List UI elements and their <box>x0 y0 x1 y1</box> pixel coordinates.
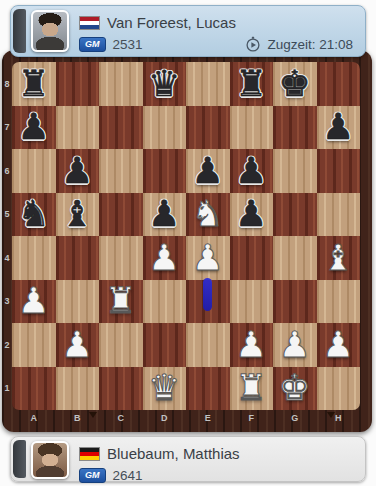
square-a4[interactable] <box>12 236 56 280</box>
square-a7[interactable]: ♟ <box>12 106 56 150</box>
square-e5[interactable]: ♞ <box>186 193 230 237</box>
square-b1[interactable] <box>56 367 100 411</box>
square-b2[interactable]: ♟ <box>56 323 100 367</box>
square-c8[interactable] <box>99 62 143 106</box>
square-h4[interactable]: ♝ <box>317 236 361 280</box>
square-h8[interactable] <box>317 62 361 106</box>
white-pawn[interactable]: ♟ <box>56 323 100 367</box>
black-pawn[interactable]: ♟ <box>56 149 100 193</box>
file-label-c: C <box>111 413 131 423</box>
bottom-player-bar: Bluebaum, Matthias GM 2641 <box>10 436 366 482</box>
black-bishop[interactable]: ♝ <box>56 193 100 237</box>
chess-board-frame: ♜♛♜♚♟♟♟♟♟♞♝♟♞♟♟♟♝♟♜♟♟♟♟♛♜♚ 87654321 ABCD… <box>2 50 372 432</box>
square-b5[interactable]: ♝ <box>56 193 100 237</box>
square-g5[interactable] <box>273 193 317 237</box>
white-pawn[interactable]: ♟ <box>317 323 361 367</box>
rank-label-7: 7 <box>2 122 12 132</box>
file-label-f: F <box>241 413 261 423</box>
square-e6[interactable]: ♟ <box>186 149 230 193</box>
square-f3[interactable] <box>230 280 274 324</box>
square-c6[interactable] <box>99 149 143 193</box>
black-knight[interactable]: ♞ <box>12 193 56 237</box>
square-f4[interactable] <box>230 236 274 280</box>
black-queen[interactable]: ♛ <box>143 62 187 106</box>
chess-board: ♜♛♜♚♟♟♟♟♟♞♝♟♞♟♟♟♝♟♜♟♟♟♟♛♜♚ <box>12 62 360 410</box>
square-c5[interactable] <box>99 193 143 237</box>
frame-notch <box>327 412 335 418</box>
square-e2[interactable] <box>186 323 230 367</box>
white-pawn[interactable]: ♟ <box>273 323 317 367</box>
player-rating: 2641 <box>113 468 143 483</box>
black-pawn[interactable]: ♟ <box>230 149 274 193</box>
white-rook[interactable]: ♜ <box>230 367 274 411</box>
square-d8[interactable]: ♛ <box>143 62 187 106</box>
gm-title-badge: GM <box>79 468 106 483</box>
square-b7[interactable] <box>56 106 100 150</box>
square-g3[interactable] <box>273 280 317 324</box>
square-g1[interactable]: ♚ <box>273 367 317 411</box>
square-g8[interactable]: ♚ <box>273 62 317 106</box>
live-game-view: ♜♛♜♚♟♟♟♟♟♞♝♟♞♟♟♟♝♟♜♟♟♟♟♛♜♚ 87654321 ABCD… <box>0 0 376 486</box>
square-a5[interactable]: ♞ <box>12 193 56 237</box>
square-h7[interactable]: ♟ <box>317 106 361 150</box>
square-c1[interactable] <box>99 367 143 411</box>
black-pawn[interactable]: ♟ <box>317 106 361 150</box>
square-a2[interactable] <box>12 323 56 367</box>
square-d6[interactable] <box>143 149 187 193</box>
square-f5[interactable]: ♟ <box>230 193 274 237</box>
square-c2[interactable] <box>99 323 143 367</box>
rank-label-4: 4 <box>2 253 12 263</box>
black-pawn[interactable]: ♟ <box>186 149 230 193</box>
square-f7[interactable] <box>230 106 274 150</box>
file-label-e: E <box>198 413 218 423</box>
square-f1[interactable]: ♜ <box>230 367 274 411</box>
file-label-d: D <box>154 413 174 423</box>
rank-label-3: 3 <box>2 296 12 306</box>
white-pawn[interactable]: ♟ <box>230 323 274 367</box>
white-pawn[interactable]: ♟ <box>12 280 56 324</box>
white-pawn[interactable]: ♟ <box>143 236 187 280</box>
white-rook[interactable]: ♜ <box>99 280 143 324</box>
square-a1[interactable] <box>12 367 56 411</box>
square-f2[interactable]: ♟ <box>230 323 274 367</box>
white-pawn[interactable]: ♟ <box>186 236 230 280</box>
square-d4[interactable]: ♟ <box>143 236 187 280</box>
square-e8[interactable] <box>186 62 230 106</box>
file-label-a: A <box>24 413 44 423</box>
netherlands-flag-icon <box>79 16 100 30</box>
frame-notch <box>89 412 97 418</box>
rank-label-1: 1 <box>2 383 12 393</box>
white-knight[interactable]: ♞ <box>186 193 230 237</box>
black-pawn[interactable]: ♟ <box>12 106 56 150</box>
square-h6[interactable] <box>317 149 361 193</box>
file-label-b: B <box>67 413 87 423</box>
square-g6[interactable] <box>273 149 317 193</box>
square-g2[interactable]: ♟ <box>273 323 317 367</box>
square-b3[interactable] <box>56 280 100 324</box>
black-pawn[interactable]: ♟ <box>230 193 274 237</box>
board-grid: ♜♛♜♚♟♟♟♟♟♞♝♟♞♟♟♟♝♟♜♟♟♟♟♛♜♚ <box>12 62 360 410</box>
square-g7[interactable] <box>273 106 317 150</box>
rank-label-8: 8 <box>2 79 12 89</box>
panel-drag-handle[interactable] <box>13 440 26 478</box>
square-h2[interactable]: ♟ <box>317 323 361 367</box>
white-bishop[interactable]: ♝ <box>317 236 361 280</box>
black-rook[interactable]: ♜ <box>230 62 274 106</box>
move-time-label: Zugzeit: 21:08 <box>267 37 353 52</box>
square-d1[interactable]: ♛ <box>143 367 187 411</box>
square-c7[interactable] <box>99 106 143 150</box>
player-rating: 2531 <box>113 37 143 52</box>
germany-flag-icon <box>79 447 100 461</box>
square-d5[interactable]: ♟ <box>143 193 187 237</box>
rank-label-2: 2 <box>2 340 12 350</box>
square-e1[interactable] <box>186 367 230 411</box>
black-rook[interactable]: ♜ <box>12 62 56 106</box>
move-clock-icon <box>245 36 261 52</box>
rank-label-6: 6 <box>2 166 12 176</box>
black-pawn[interactable]: ♟ <box>143 193 187 237</box>
square-d7[interactable] <box>143 106 187 150</box>
square-e7[interactable] <box>186 106 230 150</box>
square-d3[interactable] <box>143 280 187 324</box>
panel-drag-handle[interactable] <box>13 9 26 53</box>
square-b6[interactable]: ♟ <box>56 149 100 193</box>
square-c4[interactable] <box>99 236 143 280</box>
square-h3[interactable] <box>317 280 361 324</box>
white-king[interactable]: ♚ <box>273 367 317 411</box>
white-queen[interactable]: ♛ <box>143 367 187 411</box>
file-label-g: G <box>285 413 305 423</box>
last-move-arrow <box>203 278 212 312</box>
player-photo <box>31 10 69 52</box>
square-g4[interactable] <box>273 236 317 280</box>
square-c3[interactable]: ♜ <box>99 280 143 324</box>
black-king[interactable]: ♚ <box>273 62 317 106</box>
square-d2[interactable] <box>143 323 187 367</box>
rank-label-5: 5 <box>2 209 12 219</box>
player-photo <box>31 441 69 479</box>
square-a6[interactable] <box>12 149 56 193</box>
square-b4[interactable] <box>56 236 100 280</box>
square-h5[interactable] <box>317 193 361 237</box>
square-f8[interactable]: ♜ <box>230 62 274 106</box>
square-e4[interactable]: ♟ <box>186 236 230 280</box>
player-name: Van Foreest, Lucas <box>107 14 236 31</box>
square-a3[interactable]: ♟ <box>12 280 56 324</box>
top-player-bar: Van Foreest, Lucas GM 2531 Zugzeit: 21:0… <box>10 5 366 57</box>
player-name: Bluebaum, Matthias <box>107 445 240 462</box>
square-f6[interactable]: ♟ <box>230 149 274 193</box>
square-h1[interactable] <box>317 367 361 411</box>
square-b8[interactable] <box>56 62 100 106</box>
square-a8[interactable]: ♜ <box>12 62 56 106</box>
gm-title-badge: GM <box>79 37 106 52</box>
